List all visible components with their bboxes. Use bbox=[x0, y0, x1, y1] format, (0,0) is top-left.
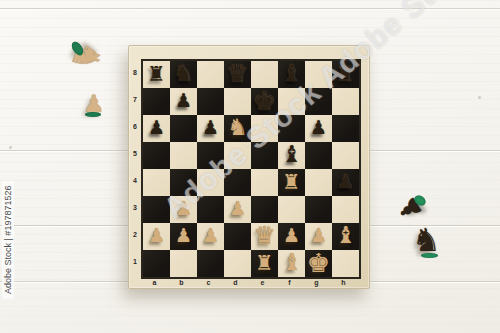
white-pawn-d3[interactable]: ♟ bbox=[229, 199, 246, 218]
file-label-d: d bbox=[222, 277, 249, 288]
square-a2[interactable]: ♟ bbox=[143, 223, 170, 250]
white-pawn-b2[interactable]: ♟ bbox=[175, 226, 192, 245]
file-label-g: g bbox=[303, 277, 330, 288]
square-c8[interactable] bbox=[197, 61, 224, 88]
square-h7[interactable] bbox=[332, 88, 359, 115]
wood-knot bbox=[9, 146, 12, 149]
white-pawn-a2[interactable]: ♟ bbox=[148, 226, 165, 245]
file-label-a: a bbox=[141, 277, 168, 288]
square-d3[interactable]: ♟ bbox=[224, 196, 251, 223]
square-g4[interactable] bbox=[305, 169, 332, 196]
rank-label-2: 2 bbox=[129, 221, 141, 248]
square-f8[interactable]: ♝ bbox=[278, 61, 305, 88]
square-a3[interactable] bbox=[143, 196, 170, 223]
wood-knot bbox=[478, 96, 481, 99]
square-b7[interactable]: ♟ bbox=[170, 88, 197, 115]
black-bishop-f5[interactable]: ♝ bbox=[281, 143, 302, 166]
square-c5[interactable] bbox=[197, 142, 224, 169]
square-g5[interactable] bbox=[305, 142, 332, 169]
black-knight-b8[interactable]: ♞ bbox=[173, 62, 194, 85]
square-e6[interactable] bbox=[251, 115, 278, 142]
square-a4[interactable] bbox=[143, 169, 170, 196]
square-g8[interactable] bbox=[305, 61, 332, 88]
square-e3[interactable] bbox=[251, 196, 278, 223]
square-e1[interactable]: ♜ bbox=[251, 250, 278, 277]
file-label-f: f bbox=[276, 277, 303, 288]
file-label-b: b bbox=[168, 277, 195, 288]
square-c7[interactable] bbox=[197, 88, 224, 115]
white-pawn-f2[interactable]: ♟ bbox=[283, 226, 300, 245]
black-pawn-c6[interactable]: ♟ bbox=[202, 118, 219, 137]
white-pawn-c2[interactable]: ♟ bbox=[202, 226, 219, 245]
black-bishop-f8[interactable]: ♝ bbox=[281, 62, 302, 85]
white-bishop-h2[interactable]: ♝ bbox=[335, 224, 356, 247]
stock-watermark-id: Adobe Stock | #197871526 bbox=[2, 181, 14, 299]
square-g7[interactable] bbox=[305, 88, 332, 115]
square-f6[interactable] bbox=[278, 115, 305, 142]
square-f1[interactable]: ♝ bbox=[278, 250, 305, 277]
felt-base bbox=[421, 253, 438, 258]
rank-label-5: 5 bbox=[129, 140, 141, 167]
square-e2[interactable]: ♛ bbox=[251, 223, 278, 250]
board-grid: ♜♞♛♝♜♟♚♟♟♞♟♝♜♟♟♟♟♟♟♛♟♟♝♜♝♚ bbox=[141, 59, 361, 279]
square-h4[interactable]: ♟ bbox=[332, 169, 359, 196]
felt-base bbox=[85, 112, 101, 117]
square-e8[interactable] bbox=[251, 61, 278, 88]
file-label-h: h bbox=[330, 277, 357, 288]
square-c6[interactable]: ♟ bbox=[197, 115, 224, 142]
file-labels: abcdefgh bbox=[141, 277, 357, 288]
square-h2[interactable]: ♝ bbox=[332, 223, 359, 250]
table-plank-seam bbox=[0, 8, 500, 9]
square-g1[interactable]: ♚ bbox=[305, 250, 332, 277]
black-pawn-b7[interactable]: ♟ bbox=[175, 91, 192, 110]
square-c2[interactable]: ♟ bbox=[197, 223, 224, 250]
square-f7[interactable] bbox=[278, 88, 305, 115]
square-h5[interactable] bbox=[332, 142, 359, 169]
square-e4[interactable] bbox=[251, 169, 278, 196]
square-e7[interactable]: ♚ bbox=[251, 88, 278, 115]
square-d5[interactable] bbox=[224, 142, 251, 169]
black-pawn-h4[interactable]: ♟ bbox=[337, 172, 354, 191]
black-pawn-a6[interactable]: ♟ bbox=[148, 118, 165, 137]
square-g3[interactable] bbox=[305, 196, 332, 223]
white-pawn-b3[interactable]: ♟ bbox=[175, 199, 192, 218]
white-rook-f4[interactable]: ♜ bbox=[282, 171, 301, 192]
square-a6[interactable]: ♟ bbox=[143, 115, 170, 142]
square-h6[interactable] bbox=[332, 115, 359, 142]
rank-label-3: 3 bbox=[129, 194, 141, 221]
square-d8[interactable]: ♛ bbox=[224, 61, 251, 88]
white-bishop-f1[interactable]: ♝ bbox=[281, 251, 302, 274]
black-rook-h8[interactable]: ♜ bbox=[336, 63, 355, 84]
rank-label-8: 8 bbox=[129, 59, 141, 86]
square-b2[interactable]: ♟ bbox=[170, 223, 197, 250]
square-d6[interactable]: ♞ bbox=[224, 115, 251, 142]
white-king-g1[interactable]: ♚ bbox=[307, 250, 330, 276]
square-g6[interactable]: ♟ bbox=[305, 115, 332, 142]
square-b5[interactable] bbox=[170, 142, 197, 169]
white-knight-d6[interactable]: ♞ bbox=[227, 116, 248, 139]
rank-labels: 87654321 bbox=[129, 59, 141, 275]
white-pawn-g2[interactable]: ♟ bbox=[310, 226, 327, 245]
square-f5[interactable]: ♝ bbox=[278, 142, 305, 169]
square-b8[interactable]: ♞ bbox=[170, 61, 197, 88]
square-g2[interactable]: ♟ bbox=[305, 223, 332, 250]
rank-label-1: 1 bbox=[129, 248, 141, 275]
black-rook-a8[interactable]: ♜ bbox=[147, 63, 166, 84]
square-f4[interactable]: ♜ bbox=[278, 169, 305, 196]
black-pawn-g6[interactable]: ♟ bbox=[310, 118, 327, 137]
square-h3[interactable] bbox=[332, 196, 359, 223]
rank-label-6: 6 bbox=[129, 113, 141, 140]
square-c1[interactable] bbox=[197, 250, 224, 277]
square-f2[interactable]: ♟ bbox=[278, 223, 305, 250]
rank-label-7: 7 bbox=[129, 86, 141, 113]
square-d2[interactable] bbox=[224, 223, 251, 250]
square-b1[interactable] bbox=[170, 250, 197, 277]
square-b3[interactable]: ♟ bbox=[170, 196, 197, 223]
black-queen-d8[interactable]: ♛ bbox=[226, 61, 248, 86]
square-a8[interactable]: ♜ bbox=[143, 61, 170, 88]
square-b6[interactable] bbox=[170, 115, 197, 142]
square-d4[interactable] bbox=[224, 169, 251, 196]
square-a1[interactable] bbox=[143, 250, 170, 277]
black-king-e7[interactable]: ♚ bbox=[253, 88, 276, 114]
square-c3[interactable] bbox=[197, 196, 224, 223]
black-knight-captured-standing[interactable]: ♞ bbox=[412, 224, 441, 256]
square-d1[interactable] bbox=[224, 250, 251, 277]
file-label-e: e bbox=[249, 277, 276, 288]
square-b4[interactable] bbox=[170, 169, 197, 196]
file-label-c: c bbox=[195, 277, 222, 288]
square-h8[interactable]: ♜ bbox=[332, 61, 359, 88]
square-d7[interactable] bbox=[224, 88, 251, 115]
square-h1[interactable] bbox=[332, 250, 359, 277]
rank-label-4: 4 bbox=[129, 167, 141, 194]
photo-scene: 87654321 ♜♞♛♝♜♟♚♟♟♞♟♝♜♟♟♟♟♟♟♛♟♟♝♜♝♚ abcd… bbox=[0, 0, 500, 333]
square-a7[interactable] bbox=[143, 88, 170, 115]
white-rook-e1[interactable]: ♜ bbox=[255, 252, 274, 273]
square-a5[interactable] bbox=[143, 142, 170, 169]
square-f3[interactable] bbox=[278, 196, 305, 223]
white-queen-e2[interactable]: ♛ bbox=[253, 223, 275, 248]
square-e5[interactable] bbox=[251, 142, 278, 169]
square-c4[interactable] bbox=[197, 169, 224, 196]
chess-board: 87654321 ♜♞♛♝♜♟♚♟♟♞♟♝♜♟♟♟♟♟♟♛♟♟♝♜♝♚ abcd… bbox=[128, 45, 370, 289]
